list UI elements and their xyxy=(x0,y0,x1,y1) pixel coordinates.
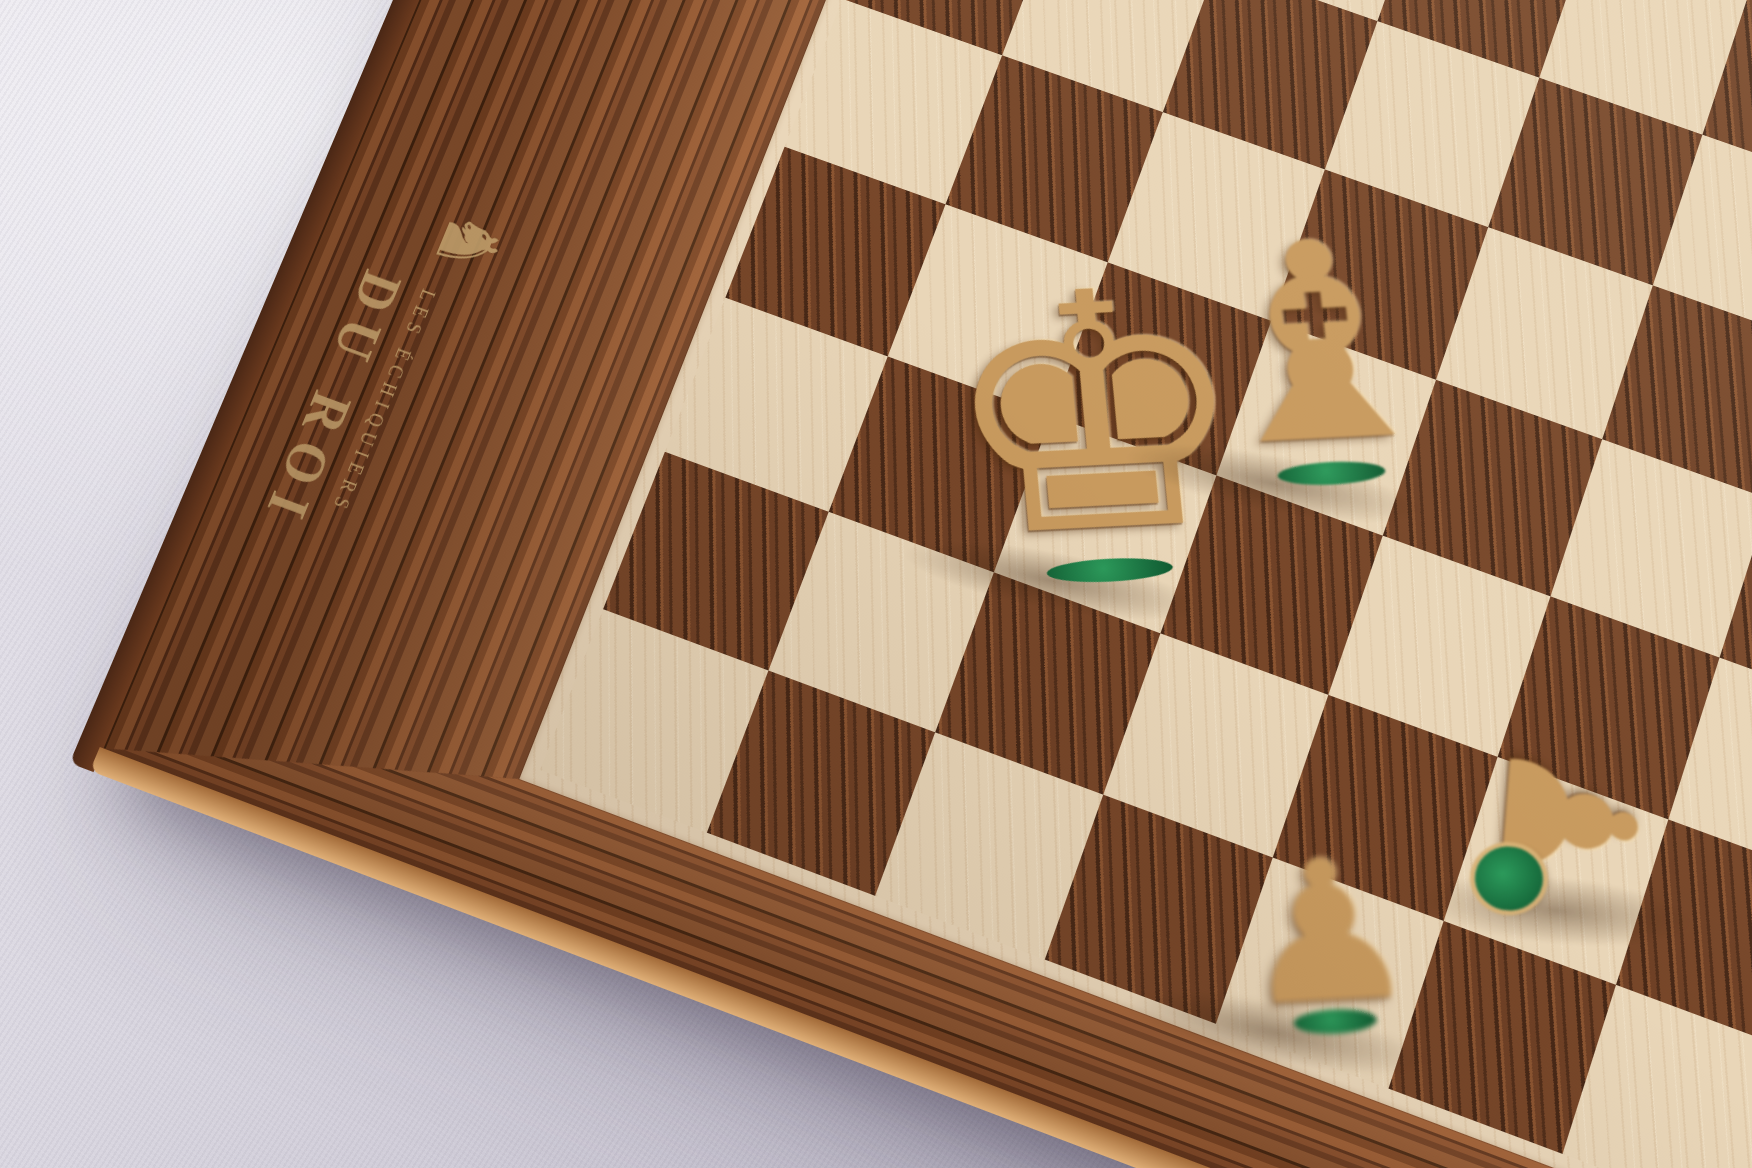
piece-white-bishop[interactable]: ♝ xyxy=(1231,341,1422,516)
square-e4[interactable]: ♝ xyxy=(1216,321,1436,536)
pawn-glyph: ♟ xyxy=(1228,830,1424,1034)
knight-rider-logo-icon: ♞ xyxy=(420,200,517,287)
square-g6[interactable]: ♟ xyxy=(1444,757,1669,985)
piece-white-pawn[interactable]: ♟ xyxy=(1232,879,1430,1067)
square-h5[interactable]: ♟ xyxy=(1216,858,1444,1089)
scene: ♞ LES ÉCHIQUIERS DU ROI ♚♝♟♟ xyxy=(0,0,1752,1168)
piece-white-pawn[interactable]: ♟ xyxy=(1457,778,1657,963)
bishop-glyph: ♝ xyxy=(1176,202,1461,487)
